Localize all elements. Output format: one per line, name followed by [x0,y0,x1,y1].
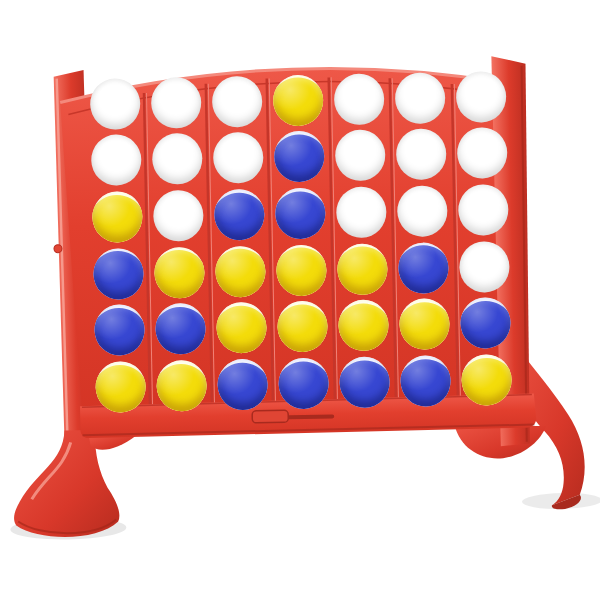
empty-hole [336,186,387,238]
disc-sheen [459,241,510,293]
cell-r1c5 [328,70,390,128]
cell-r5c6: ● [394,296,456,354]
cell-r3c2 [147,187,209,245]
blue-disc: ● [94,304,145,356]
cell-r2c5 [329,127,391,185]
empty-hole [397,185,448,237]
blue-disc-glyph: ● [400,355,451,407]
yellow-disc: ● [277,301,328,353]
empty-hole [334,73,385,125]
blue-disc: ● [460,297,511,349]
yellow-disc-glyph: ● [156,360,207,412]
disc-sheen [336,186,387,238]
yellow-disc-glyph: ● [337,243,388,295]
disc-sheen [150,77,201,129]
yellow-disc: ● [273,74,324,126]
cell-r6c1: ● [89,358,151,416]
cell-r6c3: ● [211,356,273,414]
blue-disc-glyph: ● [155,303,206,355]
column-4[interactable]: ●●●●●● [267,71,335,412]
blue-disc-glyph: ● [275,188,326,240]
yellow-disc: ● [216,302,267,354]
blue-disc: ● [400,355,451,407]
yellow-disc-glyph: ● [399,299,450,351]
blue-disc-glyph: ● [217,359,268,411]
empty-hole [459,241,510,293]
yellow-disc: ● [215,245,266,297]
cell-r3c1: ● [86,188,148,246]
empty-hole [456,71,507,123]
cell-r1c4: ● [267,71,329,129]
yellow-disc: ● [276,244,327,296]
cell-r1c2 [145,74,207,132]
disc-sheen [335,130,386,182]
empty-hole [457,127,508,179]
board-grid: ●●●●●●●●●●●●●●●●●●●●●●●●● [84,68,518,416]
yellow-disc: ● [91,191,142,243]
column-5[interactable]: ●●● [328,70,396,411]
disc-sheen [153,190,204,242]
cell-r4c4: ● [270,241,332,299]
cell-r4c5: ● [331,240,393,298]
cell-r2c4: ● [268,128,330,186]
cell-r3c4: ● [269,185,331,243]
yellow-disc-glyph: ● [276,244,327,296]
connect-four-set: ●●●●●●●●●●●●●●●●●●●●●●●●● [0,0,600,600]
disc-sheen [90,135,141,187]
blue-disc: ● [278,358,329,410]
cell-r1c3 [206,73,268,131]
column-3[interactable]: ●●●● [206,73,274,414]
empty-hole [151,133,202,185]
cell-r3c5 [330,184,392,242]
empty-hole [396,129,447,181]
empty-hole [458,184,509,236]
empty-hole [212,76,263,128]
cell-r6c4: ● [272,355,334,413]
cell-r2c1 [85,132,147,190]
yellow-disc: ● [337,243,388,295]
disc-sheen [395,72,446,124]
blue-disc-glyph: ● [398,242,449,294]
blue-disc: ● [275,188,326,240]
yellow-disc-glyph: ● [461,354,512,406]
yellow-disc: ● [461,354,512,406]
column-1[interactable]: ●●●● [84,75,152,416]
blue-disc: ● [274,131,325,183]
cell-r4c1: ● [87,245,149,303]
cell-r3c6 [391,182,453,240]
yellow-disc-glyph: ● [154,247,205,299]
blue-disc: ● [214,189,265,241]
yellow-disc-glyph: ● [216,302,267,354]
photo-stage: ●●●●●●●●●●●●●●●●●●●●●●●●● [0,0,600,600]
blue-disc: ● [398,242,449,294]
disc-sheen [151,133,202,185]
cell-r5c3: ● [210,299,272,357]
cell-r5c7: ● [455,295,517,353]
cell-r2c3 [207,129,269,187]
cell-r5c4: ● [271,298,333,356]
yellow-disc-glyph: ● [273,74,324,126]
yellow-disc: ● [154,247,205,299]
blue-disc-glyph: ● [274,131,325,183]
cell-r5c5: ● [333,297,395,355]
cell-r2c6 [390,126,452,184]
cell-r1c6 [389,69,451,127]
cell-r4c2: ● [148,244,210,302]
cell-r2c2 [146,130,208,188]
yellow-disc-glyph: ● [215,245,266,297]
disc-sheen [212,76,263,128]
cell-r3c7 [453,181,515,239]
empty-hole [89,78,140,130]
blue-disc-glyph: ● [214,189,265,241]
cell-r5c2: ● [149,300,211,358]
yellow-disc: ● [156,360,207,412]
blue-disc: ● [93,248,144,300]
disc-sheen [458,184,509,236]
disc-sheen [213,132,264,184]
cell-r6c7: ● [456,351,518,409]
blue-disc-glyph: ● [93,248,144,300]
disc-sheen [396,129,447,181]
yellow-disc-glyph: ● [91,191,142,243]
blue-disc-glyph: ● [278,358,329,410]
post-peg [54,245,62,253]
disc-sheen [334,73,385,125]
blue-disc-glyph: ● [94,304,145,356]
cell-r4c6: ● [393,239,455,297]
empty-hole [213,132,264,184]
disc-sheen [456,71,507,123]
empty-hole [395,72,446,124]
cell-r6c2: ● [150,357,212,415]
yellow-disc: ● [399,299,450,351]
cell-r1c1 [84,75,146,133]
column-6[interactable]: ●●● [389,69,457,410]
cell-r6c6: ● [395,352,457,410]
cell-r4c3: ● [209,243,271,301]
cell-r1c7 [450,68,512,126]
disc-sheen [397,185,448,237]
cell-r4c7 [454,238,516,296]
cell-r5c1: ● [88,302,150,360]
empty-hole [150,77,201,129]
cell-r2c7 [452,125,514,183]
column-7[interactable]: ●● [450,68,518,409]
column-2[interactable]: ●●● [145,74,213,415]
yellow-disc: ● [338,300,389,352]
blue-disc-glyph: ● [339,356,390,408]
blue-disc: ● [155,303,206,355]
blue-disc-glyph: ● [460,297,511,349]
yellow-disc-glyph: ● [277,301,328,353]
yellow-disc-glyph: ● [95,361,146,413]
yellow-disc-glyph: ● [338,300,389,352]
empty-hole [153,190,204,242]
empty-hole [90,135,141,187]
blue-disc: ● [217,359,268,411]
disc-sheen [457,127,508,179]
disc-sheen [89,78,140,130]
empty-hole [335,130,386,182]
blue-disc: ● [339,356,390,408]
cell-r3c3: ● [208,186,270,244]
yellow-disc: ● [95,361,146,413]
cell-r6c5: ● [334,354,396,412]
